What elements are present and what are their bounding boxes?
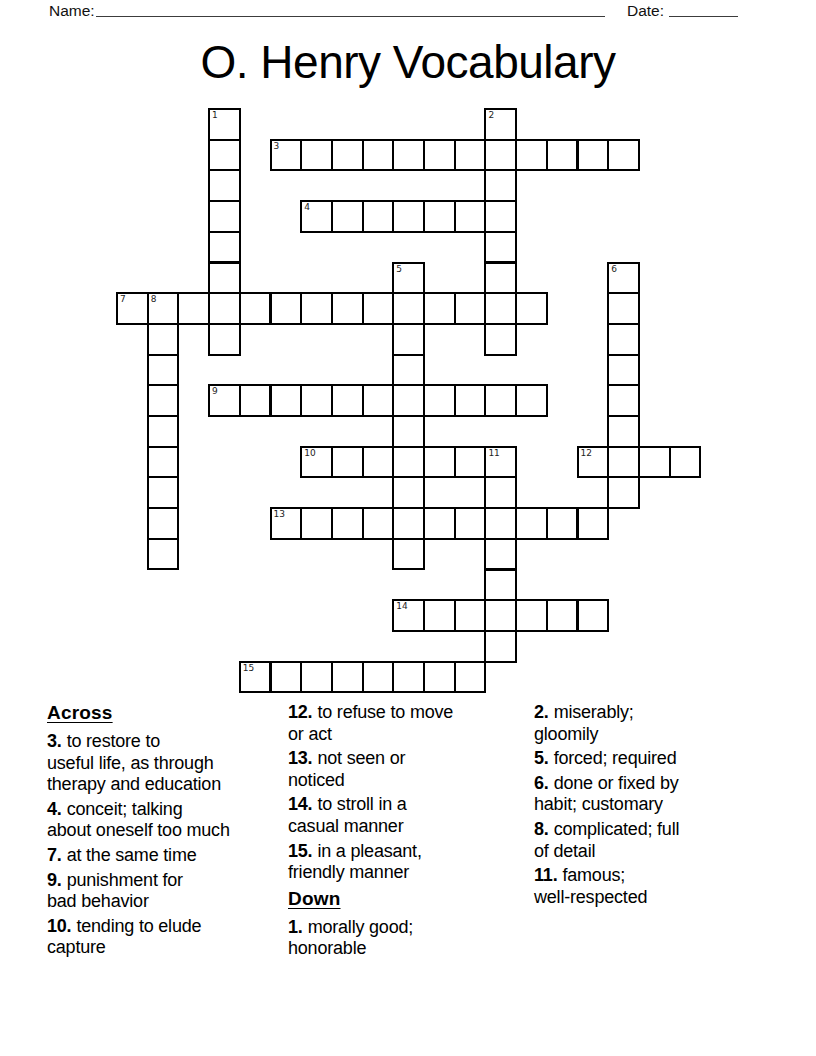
cell-r7c12[interactable] — [484, 323, 517, 356]
clue-down-11: 11.famous; well-respected — [534, 865, 778, 908]
cell-r13c9[interactable] — [392, 507, 425, 540]
name-label: Name: — [49, 2, 95, 20]
cell-r9c4[interactable] — [239, 384, 272, 417]
cell-r6c16[interactable] — [607, 292, 640, 325]
cell-number: 2 — [488, 110, 494, 121]
clue-across-10: 10.tending to elude capture — [47, 916, 291, 959]
cell-r1c9[interactable] — [392, 139, 425, 172]
cell-r16c14[interactable] — [546, 599, 579, 632]
clue-text: at the same time — [67, 845, 197, 865]
cell-r6c4[interactable] — [239, 292, 272, 325]
cell-r3c3[interactable] — [208, 200, 241, 233]
cell-r1c13[interactable] — [515, 139, 548, 172]
cell-r11c12[interactable]: 11 — [484, 446, 517, 479]
cell-r9c9[interactable] — [392, 384, 425, 417]
date-input-line[interactable] — [669, 0, 738, 17]
cell-r13c11[interactable] — [454, 507, 487, 540]
cell-r13c1[interactable] — [147, 507, 180, 540]
cell-r3c9[interactable] — [392, 200, 425, 233]
cell-r16c12[interactable] — [484, 599, 517, 632]
name-input-line[interactable] — [96, 0, 605, 17]
cell-number: 9 — [212, 386, 218, 397]
cell-r3c10[interactable] — [423, 200, 456, 233]
cell-r1c3[interactable] — [208, 139, 241, 172]
cell-r6c0[interactable]: 7 — [116, 292, 149, 325]
cell-r9c1[interactable] — [147, 384, 180, 417]
cell-r11c11[interactable] — [454, 446, 487, 479]
clue-across-14: 14.to stroll in a casual manner — [288, 794, 532, 837]
cell-number: 4 — [304, 202, 310, 213]
cell-r6c7[interactable] — [331, 292, 364, 325]
cell-r9c16[interactable] — [607, 384, 640, 417]
cell-number: 13 — [274, 509, 285, 520]
cell-r13c7[interactable] — [331, 507, 364, 540]
cell-r6c6[interactable] — [300, 292, 333, 325]
across-header: Across — [47, 702, 291, 724]
cell-r13c13[interactable] — [515, 507, 548, 540]
clue-text: forced; required — [554, 748, 677, 768]
clue-number: 5. — [534, 748, 549, 768]
clue-across-9: 9.punishment for bad behavior — [47, 870, 291, 913]
crossword-grid: 123456789101112131415 — [116, 108, 704, 696]
cell-r8c9[interactable] — [392, 354, 425, 387]
cell-r1c14[interactable] — [546, 139, 579, 172]
cell-r16c15[interactable] — [577, 599, 610, 632]
cell-r12c9[interactable] — [392, 476, 425, 509]
cell-r15c12[interactable] — [484, 569, 517, 602]
clue-text: to refuse to move or act — [288, 702, 453, 744]
clue-text: complicated; full of detail — [534, 819, 679, 861]
clue-number: 2. — [534, 702, 549, 722]
cell-r12c1[interactable] — [147, 476, 180, 509]
cell-r18c6[interactable] — [300, 661, 333, 694]
cell-r9c6[interactable] — [300, 384, 333, 417]
clue-number: 3. — [47, 731, 62, 751]
cell-number: 10 — [304, 448, 315, 459]
cell-r5c3[interactable] — [208, 262, 241, 295]
clue-number: 6. — [534, 773, 549, 793]
cell-r3c6[interactable]: 4 — [300, 200, 333, 233]
cell-r16c11[interactable] — [454, 599, 487, 632]
cell-r9c10[interactable] — [423, 384, 456, 417]
cell-r14c1[interactable] — [147, 538, 180, 571]
clue-across-3: 3.to restore to useful life, as through … — [47, 731, 291, 796]
cell-r16c10[interactable] — [423, 599, 456, 632]
cell-r5c16[interactable]: 6 — [607, 262, 640, 295]
cell-r11c8[interactable] — [362, 446, 395, 479]
cell-number: 7 — [120, 294, 126, 305]
cell-r18c7[interactable] — [331, 661, 364, 694]
clue-across-15: 15.in a pleasant, friendly manner — [288, 841, 532, 884]
cell-r7c9[interactable] — [392, 323, 425, 356]
cell-r6c2[interactable] — [177, 292, 210, 325]
cell-r11c10[interactable] — [423, 446, 456, 479]
clue-text: to restore to useful life, as through th… — [47, 731, 221, 794]
clue-column-2: 12.to refuse to move or act 13.not seen … — [288, 702, 532, 963]
clue-number: 1. — [288, 917, 303, 937]
clue-number: 14. — [288, 794, 312, 814]
cell-r3c11[interactable] — [454, 200, 487, 233]
cell-r6c11[interactable] — [454, 292, 487, 325]
cell-r12c12[interactable] — [484, 476, 517, 509]
clue-text: done or fixed by habit; customary — [534, 773, 679, 815]
cell-r10c16[interactable] — [607, 415, 640, 448]
cell-r5c9[interactable]: 5 — [392, 262, 425, 295]
cell-r18c10[interactable] — [423, 661, 456, 694]
cell-r6c5[interactable] — [270, 292, 303, 325]
clue-down-6: 6.done or fixed by habit; customary — [534, 773, 778, 816]
cell-r18c4[interactable]: 15 — [239, 661, 272, 694]
clue-across-7: 7.at the same time — [47, 845, 291, 867]
clue-number: 13. — [288, 748, 312, 768]
cell-r8c1[interactable] — [147, 354, 180, 387]
cell-r1c15[interactable] — [577, 139, 610, 172]
cell-r9c5[interactable] — [270, 384, 303, 417]
cell-r9c7[interactable] — [331, 384, 364, 417]
cell-r16c9[interactable]: 14 — [392, 599, 425, 632]
cell-r18c5[interactable] — [270, 661, 303, 694]
cell-r3c7[interactable] — [331, 200, 364, 233]
cell-r0c3[interactable]: 1 — [208, 108, 241, 141]
cell-r13c8[interactable] — [362, 507, 395, 540]
cell-r11c9[interactable] — [392, 446, 425, 479]
cell-r11c16[interactable] — [607, 446, 640, 479]
clue-across-13: 13.not seen or noticed — [288, 748, 532, 791]
cell-number: 14 — [396, 601, 407, 612]
cell-r1c7[interactable] — [331, 139, 364, 172]
cell-r1c16[interactable] — [607, 139, 640, 172]
date-label: Date: — [627, 2, 664, 20]
clue-number: 11. — [534, 865, 557, 885]
clue-number: 10. — [47, 916, 71, 936]
cell-r11c6[interactable]: 10 — [300, 446, 333, 479]
clue-across-4: 4.conceit; talking about oneself too muc… — [47, 799, 291, 842]
cell-r6c3[interactable] — [208, 292, 241, 325]
worksheet-page: Name: Date: O. Henry Vocabulary 12345678… — [0, 0, 816, 1056]
cell-number: 15 — [243, 663, 254, 674]
cell-r11c15[interactable]: 12 — [577, 446, 610, 479]
cell-r11c7[interactable] — [331, 446, 364, 479]
clue-across-12: 12.to refuse to move or act — [288, 702, 532, 745]
clue-down-8: 8.complicated; full of detail — [534, 819, 778, 862]
cell-r18c8[interactable] — [362, 661, 395, 694]
cell-r11c18[interactable] — [669, 446, 702, 479]
cell-r13c5[interactable]: 13 — [270, 507, 303, 540]
cell-r1c5[interactable]: 3 — [270, 139, 303, 172]
cell-r6c1[interactable]: 8 — [147, 292, 180, 325]
cell-r16c13[interactable] — [515, 599, 548, 632]
cell-r11c1[interactable] — [147, 446, 180, 479]
cell-number: 5 — [396, 264, 402, 275]
cell-r9c3[interactable]: 9 — [208, 384, 241, 417]
clue-down-1: 1.morally good; honorable — [288, 917, 532, 960]
cell-r0c12[interactable]: 2 — [484, 108, 517, 141]
cell-r14c12[interactable] — [484, 538, 517, 571]
cell-r6c9[interactable] — [392, 292, 425, 325]
clue-down-5: 5.forced; required — [534, 748, 778, 770]
clue-number: 12. — [288, 702, 312, 722]
cell-r14c9[interactable] — [392, 538, 425, 571]
cell-r9c8[interactable] — [362, 384, 395, 417]
cell-r1c12[interactable] — [484, 139, 517, 172]
cell-r6c8[interactable] — [362, 292, 395, 325]
clue-column-1: Across 3.to restore to useful life, as t… — [47, 702, 291, 962]
cell-r3c12[interactable] — [484, 200, 517, 233]
clue-number: 4. — [47, 799, 62, 819]
cell-number: 6 — [611, 264, 617, 275]
cell-r12c16[interactable] — [607, 476, 640, 509]
cell-r18c9[interactable] — [392, 661, 425, 694]
cell-r7c1[interactable] — [147, 323, 180, 356]
clue-text: conceit; talking about oneself too much — [47, 799, 230, 841]
cell-r13c12[interactable] — [484, 507, 517, 540]
clue-number: 15. — [288, 841, 312, 861]
clue-number: 8. — [534, 819, 549, 839]
cell-r1c11[interactable] — [454, 139, 487, 172]
cell-number: 11 — [488, 448, 499, 459]
cell-r9c11[interactable] — [454, 384, 487, 417]
cell-r2c3[interactable] — [208, 169, 241, 202]
cell-number: 12 — [581, 448, 592, 459]
cell-r8c16[interactable] — [607, 354, 640, 387]
cell-r3c8[interactable] — [362, 200, 395, 233]
cell-r13c15[interactable] — [577, 507, 610, 540]
clue-down-2: 2.miserably; gloomily — [534, 702, 778, 745]
cell-r7c16[interactable] — [607, 323, 640, 356]
cell-r1c10[interactable] — [423, 139, 456, 172]
cell-r1c6[interactable] — [300, 139, 333, 172]
clue-column-3: 2.miserably; gloomily 5.forced; required… — [534, 702, 778, 911]
cell-r13c10[interactable] — [423, 507, 456, 540]
cell-r11c17[interactable] — [638, 446, 671, 479]
clue-text: morally good; honorable — [288, 917, 413, 959]
cell-r18c11[interactable] — [454, 661, 487, 694]
cell-r10c9[interactable] — [392, 415, 425, 448]
cell-r13c14[interactable] — [546, 507, 579, 540]
cell-r10c1[interactable] — [147, 415, 180, 448]
page-title: O. Henry Vocabulary — [0, 33, 816, 91]
cell-number: 1 — [212, 110, 218, 121]
cell-r9c12[interactable] — [484, 384, 517, 417]
cell-r4c3[interactable] — [208, 231, 241, 264]
clue-number: 7. — [47, 845, 62, 865]
cell-r1c8[interactable] — [362, 139, 395, 172]
cell-number: 3 — [274, 141, 280, 152]
cell-number: 8 — [151, 294, 157, 305]
down-header: Down — [288, 888, 532, 910]
cell-r6c12[interactable] — [484, 292, 517, 325]
cell-r9c13[interactable] — [515, 384, 548, 417]
cell-r5c12[interactable] — [484, 262, 517, 295]
cell-r6c10[interactable] — [423, 292, 456, 325]
cell-r17c12[interactable] — [484, 630, 517, 663]
cell-r7c3[interactable] — [208, 323, 241, 356]
cell-r4c12[interactable] — [484, 231, 517, 264]
cell-r13c6[interactable] — [300, 507, 333, 540]
cell-r2c12[interactable] — [484, 169, 517, 202]
cell-r6c13[interactable] — [515, 292, 548, 325]
clue-text: punishment for bad behavior — [47, 870, 183, 912]
clue-number: 9. — [47, 870, 62, 890]
